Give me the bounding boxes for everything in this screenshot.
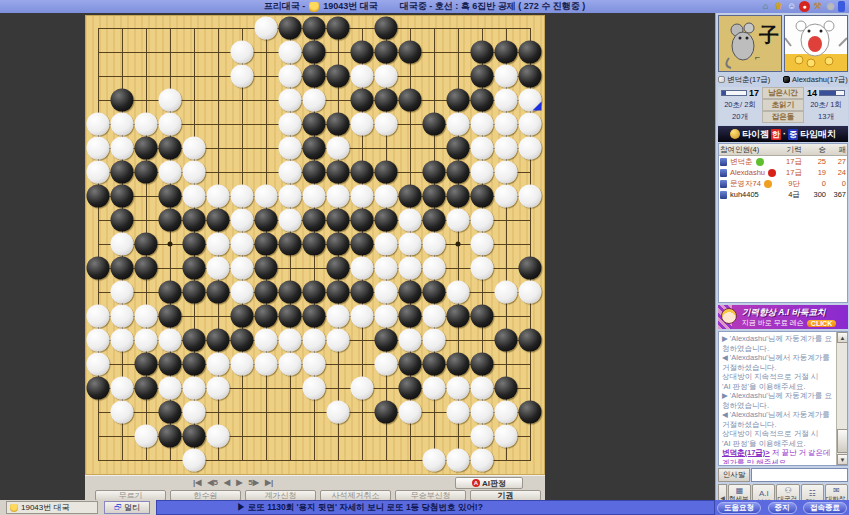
white-stone xyxy=(495,89,518,112)
black-stone xyxy=(183,257,206,280)
black-stone xyxy=(327,65,350,88)
move-navigation: |◀◀5◀▶5▶▶| xyxy=(193,478,273,487)
white-stone xyxy=(279,353,302,376)
black-stone xyxy=(447,185,470,208)
tygem-match-banner[interactable]: 타이젬 한 · 중 타임매치 xyxy=(718,126,848,142)
byoyomi-label: 초읽기 xyxy=(762,99,804,111)
black-stone xyxy=(423,113,446,136)
title-status: 대국중 - 호선 : 흑 6집반 공제 ( 272 수 진행중 ) xyxy=(400,0,586,13)
sidebar-button-icon: ▦ xyxy=(736,486,744,495)
white-stone xyxy=(87,137,110,160)
black-stone xyxy=(159,209,182,232)
white-stone xyxy=(399,209,422,232)
nav-5-button[interactable]: ◀5 xyxy=(207,478,218,487)
white-byoyomi: 20초/ 2회 xyxy=(718,99,762,111)
sidebar-button-icon: ✉ xyxy=(833,486,840,495)
svg-text:子: 子 xyxy=(758,24,779,46)
black-stone xyxy=(471,65,494,88)
white-stone xyxy=(447,377,470,400)
white-stone xyxy=(183,161,206,184)
white-stone xyxy=(423,305,446,328)
white-stone xyxy=(351,113,374,136)
black-stone-icon xyxy=(783,76,790,83)
black-stone xyxy=(327,161,350,184)
black-stone xyxy=(471,305,494,328)
multi-button[interactable]: 🗗 멀티 xyxy=(104,501,150,514)
black-stone xyxy=(159,137,182,160)
white-stone xyxy=(87,329,110,352)
go-board[interactable] xyxy=(85,15,545,475)
timer-panel: 17 남은시간 14 20초/ 2회 초읽기 20초/ 1회 20개 잡은돌 1… xyxy=(718,87,848,125)
white-player-name: 변덕춘(17급) xyxy=(718,75,783,85)
black-stone xyxy=(495,41,518,64)
white-stone xyxy=(519,137,542,160)
black-stone xyxy=(471,41,494,64)
white-stone xyxy=(231,353,254,376)
sidebar-button-icon: ⚇ xyxy=(784,486,791,495)
black-stone xyxy=(303,137,326,160)
white-stone xyxy=(447,113,470,136)
black-stone xyxy=(471,185,494,208)
white-stone xyxy=(303,89,326,112)
black-time-bar xyxy=(819,90,845,96)
white-stone xyxy=(207,185,230,208)
white-stone xyxy=(231,257,254,280)
white-stone xyxy=(279,137,302,160)
white-stone-icon xyxy=(718,76,725,83)
stop-icon[interactable]: ● xyxy=(799,1,810,12)
white-stone xyxy=(495,137,518,160)
black-stone xyxy=(111,209,134,232)
sidebar: 子 ⌐ xyxy=(715,13,849,500)
scroll-thumb[interactable] xyxy=(837,429,848,453)
black-stone xyxy=(327,209,350,232)
ad-subtitle: 지금 바로 무료 레슨 CLICK xyxy=(742,318,836,328)
participants-header: 참여인원(4) 기력 승 패 xyxy=(719,144,847,156)
white-stone xyxy=(471,137,494,160)
white-stone xyxy=(375,65,398,88)
white-stone xyxy=(447,401,470,424)
black-stone xyxy=(87,377,110,400)
crown-icon[interactable]: ♛ xyxy=(773,1,784,12)
ai-judge-label: AI판정 xyxy=(482,478,506,489)
black-stone xyxy=(423,161,446,184)
nav--button[interactable]: |◀ xyxy=(193,478,201,487)
white-stone xyxy=(471,449,494,472)
nav--button[interactable]: ▶| xyxy=(265,478,273,487)
black-stone xyxy=(375,161,398,184)
black-stone xyxy=(303,233,326,256)
white-stone xyxy=(231,41,254,64)
white-stone xyxy=(279,185,302,208)
black-stone xyxy=(447,161,470,184)
white-stone xyxy=(495,281,518,304)
multi-icon: 🗗 xyxy=(114,503,122,512)
white-stone xyxy=(87,353,110,376)
white-stone xyxy=(135,329,158,352)
player-name-row: 변덕춘(17급) Alexdashu(17급) xyxy=(718,74,848,85)
white-stone xyxy=(447,209,470,232)
black-stone xyxy=(351,281,374,304)
white-stone xyxy=(231,209,254,232)
white-stone xyxy=(519,89,542,112)
white-stone xyxy=(327,137,350,160)
black-stone xyxy=(183,425,206,448)
white-stone xyxy=(207,257,230,280)
black-stone xyxy=(351,89,374,112)
black-stone xyxy=(375,209,398,232)
black-stone xyxy=(183,233,206,256)
star-point xyxy=(168,242,173,247)
white-stone xyxy=(495,113,518,136)
black-stone xyxy=(495,329,518,352)
black-stone xyxy=(303,41,326,64)
ad-click-button[interactable]: CLICK xyxy=(807,320,836,327)
black-stone xyxy=(471,353,494,376)
member-card-icon xyxy=(720,158,727,166)
participant-row[interactable]: 변덕춘17급2527 xyxy=(719,156,847,167)
black-stone xyxy=(303,113,326,136)
white-stone xyxy=(471,161,494,184)
white-stone xyxy=(471,401,494,424)
participant-row[interactable]: 문영자749단00 xyxy=(719,178,847,189)
black-stone xyxy=(303,209,326,232)
chat-message: ◀ 'Alexdashu'님께서 자동계가를 거절하셨습니다. xyxy=(722,353,833,372)
white-stone xyxy=(327,329,350,352)
chat-message: ◀ 'Alexdashu'님께서 자동계가를 거절하셨습니다. xyxy=(722,410,833,429)
white-stone xyxy=(183,449,206,472)
white-stone xyxy=(375,233,398,256)
black-stone xyxy=(303,281,326,304)
black-stone xyxy=(447,305,470,328)
star-point xyxy=(456,242,461,247)
titlebar-icon-row: ⌂ ♛ ☺ ● ⚒ ◉ xyxy=(760,0,845,13)
white-stone xyxy=(471,257,494,280)
window-tab[interactable]: 19043번 대국 xyxy=(6,501,98,514)
white-stone xyxy=(375,185,398,208)
ai-judge-button[interactable]: A AI판정 xyxy=(455,477,523,489)
white-stone xyxy=(447,281,470,304)
white-time: 17 xyxy=(718,87,762,99)
white-stone xyxy=(111,281,134,304)
black-stone xyxy=(423,185,446,208)
chat-input-row: 인사말 xyxy=(718,468,848,482)
board-grid xyxy=(98,28,531,461)
black-stone xyxy=(303,65,326,88)
black-stone xyxy=(231,305,254,328)
last-move-marker xyxy=(533,102,542,111)
black-stone xyxy=(375,329,398,352)
black-stone xyxy=(399,41,422,64)
black-stone xyxy=(327,113,350,136)
white-stone xyxy=(279,329,302,352)
black-stone xyxy=(255,305,278,328)
white-stone xyxy=(231,233,254,256)
home-icon[interactable]: ⌂ xyxy=(760,1,771,12)
black-stone xyxy=(327,17,350,40)
sidebar-button-icon: A.I xyxy=(759,489,769,498)
black-stone xyxy=(207,281,230,304)
white-stone xyxy=(111,113,134,136)
member-card-icon xyxy=(720,191,727,199)
white-stone xyxy=(327,305,350,328)
game-controls-strip: |◀◀5◀▶5▶▶| A AI판정 무르기한수쉼계가신청사석제거취소무승부신청기… xyxy=(85,475,545,501)
black-player-avatar xyxy=(784,15,848,72)
black-stone xyxy=(279,305,302,328)
black-stone xyxy=(279,281,302,304)
white-stone xyxy=(375,113,398,136)
black-stone xyxy=(399,305,422,328)
black-stone xyxy=(135,233,158,256)
white-stone xyxy=(87,305,110,328)
white-stone xyxy=(351,185,374,208)
white-stone xyxy=(375,305,398,328)
title-bar: 프리대국 - 19043번 대국 대국중 - 호선 : 흑 6집반 공제 ( 2… xyxy=(0,0,849,13)
white-stone xyxy=(519,113,542,136)
member-card-icon xyxy=(720,169,727,177)
black-stone xyxy=(279,233,302,256)
ai-logo-icon: A xyxy=(472,479,480,487)
white-stone xyxy=(423,329,446,352)
white-stone xyxy=(351,305,374,328)
greeting-button[interactable]: 인사말 xyxy=(718,468,750,482)
black-stone xyxy=(399,377,422,400)
white-stone xyxy=(183,401,206,424)
white-stone xyxy=(375,257,398,280)
black-stone xyxy=(135,353,158,376)
white-stone xyxy=(423,449,446,472)
tools-icon[interactable]: ⚒ xyxy=(812,1,823,12)
black-stone xyxy=(375,17,398,40)
white-stone xyxy=(231,185,254,208)
white-stone xyxy=(519,185,542,208)
white-stone xyxy=(111,137,134,160)
trophy-icon xyxy=(309,2,319,12)
white-stone xyxy=(159,113,182,136)
scroll-down-icon[interactable]: ▼ xyxy=(837,454,848,465)
white-stone xyxy=(111,401,134,424)
white-stone xyxy=(399,257,422,280)
chat-message: 변덕춘(17급)> 저 끝난 거 같은데 계가를 만 해주세요 xyxy=(722,448,833,464)
participant-row[interactable]: kuh44054급300367 xyxy=(719,189,847,200)
white-stone xyxy=(111,233,134,256)
black-stone xyxy=(447,353,470,376)
white-stone xyxy=(87,113,110,136)
white-stone xyxy=(135,113,158,136)
title-left: 프리대국 - xyxy=(264,0,306,13)
black-stone xyxy=(351,161,374,184)
bottom-button-접속종료[interactable]: 접속종료 xyxy=(803,502,847,514)
white-stone xyxy=(495,65,518,88)
black-stone xyxy=(159,305,182,328)
white-stone xyxy=(399,233,422,256)
ad-banner[interactable]: 기력향상 A.I 바둑코치 지금 바로 무료 레슨 CLICK xyxy=(718,305,848,329)
white-stone xyxy=(279,161,302,184)
member-badge-icon xyxy=(764,180,772,188)
black-stone xyxy=(351,209,374,232)
black-stone xyxy=(327,233,350,256)
white-stone xyxy=(327,401,350,424)
black-stone xyxy=(375,401,398,424)
white-stone xyxy=(87,161,110,184)
white-stone xyxy=(255,17,278,40)
white-stone xyxy=(159,377,182,400)
white-stone xyxy=(255,329,278,352)
black-stone xyxy=(423,209,446,232)
black-stone xyxy=(111,161,134,184)
character-icon[interactable]: ☺ xyxy=(786,1,797,12)
white-stone xyxy=(399,401,422,424)
black-stone xyxy=(255,233,278,256)
black-stone xyxy=(303,305,326,328)
nav-5-button[interactable]: 5▶ xyxy=(248,478,259,487)
white-stone xyxy=(495,161,518,184)
black-stone xyxy=(183,209,206,232)
black-stone xyxy=(159,281,182,304)
black-stone xyxy=(519,41,542,64)
black-stone xyxy=(327,257,350,280)
white-stone xyxy=(303,185,326,208)
black-byoyomi: 20초/ 1회 xyxy=(804,99,848,111)
white-stone xyxy=(423,377,446,400)
white-player-avatar: 子 ⌐ xyxy=(718,15,782,72)
white-stone xyxy=(303,377,326,400)
black-stone xyxy=(135,257,158,280)
black-stone xyxy=(159,401,182,424)
white-stone xyxy=(279,113,302,136)
white-stone xyxy=(423,257,446,280)
bottom-bar: 19043번 대국 🗗 멀티 ▶ 로또 1130회 '용지 뒷면' 자세히 보니… xyxy=(0,500,849,515)
chat-message: 'AI 판정'을 이용해주세요. xyxy=(722,439,833,449)
black-stone xyxy=(255,281,278,304)
black-stone xyxy=(399,89,422,112)
window-icon[interactable] xyxy=(838,1,845,12)
black-stone xyxy=(351,41,374,64)
mouse-avatar-icon[interactable]: ◉ xyxy=(825,1,836,12)
white-stone xyxy=(183,377,206,400)
time-label: 남은시간 xyxy=(762,87,804,99)
black-stone xyxy=(375,41,398,64)
chat-message: ▶ 'Alexdashu'님께 자동계가를 요청하였습니다. xyxy=(722,334,833,353)
white-stone xyxy=(351,377,374,400)
white-stone xyxy=(447,449,470,472)
black-stone xyxy=(519,257,542,280)
black-stone xyxy=(399,281,422,304)
white-stone xyxy=(207,233,230,256)
medal-icon xyxy=(730,129,740,139)
captures-label: 잡은돌 xyxy=(762,111,804,123)
ad-character-icon xyxy=(721,308,737,324)
chat-input[interactable] xyxy=(751,468,848,482)
black-stone xyxy=(351,233,374,256)
black-stone xyxy=(303,17,326,40)
white-stone xyxy=(255,185,278,208)
black-stone xyxy=(207,209,230,232)
black-stone xyxy=(183,353,206,376)
white-stone xyxy=(159,161,182,184)
session-button-row: 도움요청중지접속종료 xyxy=(715,500,849,515)
participant-row[interactable]: Alexdashu17급1924 xyxy=(719,167,847,178)
white-stone xyxy=(495,401,518,424)
white-stone xyxy=(207,377,230,400)
white-stone xyxy=(327,185,350,208)
white-stone xyxy=(207,353,230,376)
bottom-button-중지[interactable]: 중지 xyxy=(768,502,797,514)
black-stone xyxy=(327,281,350,304)
game-window: 프리대국 - 19043번 대국 대국중 - 호선 : 흑 6집반 공제 ( 2… xyxy=(0,0,849,515)
chat-message: 상대방이 지속적으로 거절 시 xyxy=(722,429,833,439)
nav--button[interactable]: ◀ xyxy=(224,478,230,487)
white-stone xyxy=(279,41,302,64)
black-stone xyxy=(111,89,134,112)
black-stone xyxy=(279,17,302,40)
white-stone xyxy=(111,329,134,352)
scroll-up-icon[interactable]: ▲ xyxy=(837,332,848,343)
white-stone xyxy=(159,329,182,352)
chat-scrollbar[interactable]: ▲ ▼ xyxy=(836,332,847,465)
black-stone xyxy=(87,257,110,280)
white-stone xyxy=(471,233,494,256)
member-card-icon xyxy=(720,180,727,188)
member-badge-icon xyxy=(768,169,776,177)
black-stone xyxy=(471,89,494,112)
tab-trophy-icon xyxy=(10,504,18,512)
white-stone xyxy=(183,185,206,208)
chat-message: 'AI 판정'을 이용해주세요. xyxy=(722,382,833,392)
chat-message: ▶ 'Alexdashu'님께 자동계가를 요청하였습니다. xyxy=(722,391,833,410)
white-stone xyxy=(279,89,302,112)
white-stone xyxy=(303,353,326,376)
white-stone xyxy=(111,377,134,400)
white-stone xyxy=(279,209,302,232)
black-stone xyxy=(231,329,254,352)
black-stone xyxy=(159,353,182,376)
black-stone xyxy=(399,185,422,208)
white-stone xyxy=(375,281,398,304)
white-time-bar xyxy=(721,90,747,96)
nav--button[interactable]: ▶ xyxy=(236,478,242,487)
sidebar-button-icon: ☷ xyxy=(809,489,816,498)
black-stone xyxy=(87,185,110,208)
black-stone xyxy=(495,377,518,400)
black-stone xyxy=(111,185,134,208)
black-stone xyxy=(183,281,206,304)
black-stone xyxy=(207,329,230,352)
white-stone xyxy=(135,425,158,448)
participants-panel: 참여인원(4) 기력 승 패 변덕춘17급2527Alexdashu17급192… xyxy=(718,143,848,303)
bottom-button-도움요청[interactable]: 도움요청 xyxy=(717,502,761,514)
black-stone xyxy=(423,281,446,304)
black-captures: 13개 xyxy=(804,111,848,123)
chat-panel: ▶ 'Alexdashu'님께 자동계가를 요청하였습니다.◀ 'Alexdas… xyxy=(718,331,848,466)
white-stone xyxy=(471,209,494,232)
white-stone xyxy=(111,305,134,328)
white-stone xyxy=(495,185,518,208)
black-stone xyxy=(399,353,422,376)
white-captures: 20개 xyxy=(718,111,762,123)
black-player-name: Alexdashu(17급) xyxy=(783,75,848,85)
chat-log[interactable]: ▶ 'Alexdashu'님께 자동계가를 요청하였습니다.◀ 'Alexdas… xyxy=(720,333,835,464)
black-stone xyxy=(135,377,158,400)
white-stone xyxy=(351,65,374,88)
black-stone xyxy=(135,137,158,160)
black-stone xyxy=(255,257,278,280)
white-stone xyxy=(471,113,494,136)
chat-message: 상대방이 지속적으로 거절 시 xyxy=(722,372,833,382)
black-stone xyxy=(519,401,542,424)
black-stone xyxy=(375,89,398,112)
white-stone xyxy=(495,425,518,448)
